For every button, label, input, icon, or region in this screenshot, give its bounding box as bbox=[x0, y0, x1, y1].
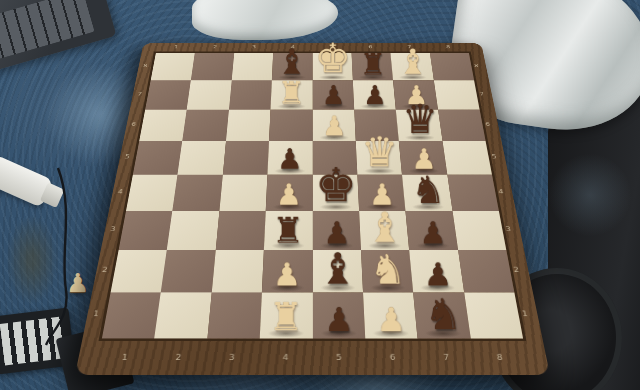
square-d4[interactable]: ♟ bbox=[266, 175, 313, 211]
coordinate-label: 5 bbox=[330, 45, 334, 50]
square-c3[interactable] bbox=[216, 211, 266, 250]
square-c2[interactable] bbox=[212, 250, 264, 292]
light-pawn-f1[interactable]: ♟ bbox=[377, 303, 406, 336]
frame-labels-bottom: 12345678 bbox=[97, 352, 529, 366]
coordinate-label: 4 bbox=[291, 45, 295, 50]
dark-pawn-f7[interactable]: ♟ bbox=[363, 82, 386, 108]
coordinate-label: 1 bbox=[93, 310, 100, 318]
square-a3[interactable] bbox=[119, 211, 173, 250]
board-grid: ♝♚♜♝♜♟♟♟♟♛♟♛♟♟♚♟♞♜♟♝♟♟♝♞♟♜♟♟♞ bbox=[102, 53, 523, 339]
dark-bishop-e2[interactable]: ♝ bbox=[319, 248, 357, 291]
coordinate-label: 5 bbox=[124, 154, 130, 160]
square-d3[interactable]: ♜ bbox=[264, 211, 312, 250]
dark-pawn-e7[interactable]: ♟ bbox=[322, 82, 345, 108]
square-g1[interactable]: ♞ bbox=[413, 292, 470, 338]
light-pawn-e6[interactable]: ♟ bbox=[322, 112, 346, 139]
square-h4[interactable] bbox=[447, 175, 499, 211]
dark-king-e4[interactable]: ♚ bbox=[315, 163, 356, 209]
square-h5[interactable] bbox=[442, 141, 492, 175]
coordinate-label: 8 bbox=[496, 353, 503, 362]
square-b6[interactable] bbox=[183, 110, 229, 141]
square-d5[interactable]: ♟ bbox=[268, 141, 313, 175]
square-g8[interactable]: ♝ bbox=[391, 53, 434, 80]
coordinate-label: 4 bbox=[283, 353, 289, 362]
square-b1[interactable] bbox=[155, 292, 212, 338]
coordinate-label: 7 bbox=[479, 91, 484, 96]
square-h2[interactable] bbox=[458, 250, 515, 292]
square-b4[interactable] bbox=[173, 175, 223, 211]
square-g3[interactable]: ♟ bbox=[406, 211, 458, 250]
dark-knight-g4[interactable]: ♞ bbox=[412, 171, 446, 209]
square-b2[interactable] bbox=[161, 250, 215, 292]
coordinate-label: 6 bbox=[485, 121, 491, 126]
square-h8[interactable] bbox=[430, 53, 474, 80]
light-rook-d7[interactable]: ♜ bbox=[278, 77, 306, 108]
coordinate-label: 7 bbox=[137, 91, 142, 96]
light-pawn-d4[interactable]: ♟ bbox=[276, 180, 302, 209]
coordinate-label: 2 bbox=[513, 266, 520, 273]
square-c8[interactable] bbox=[232, 53, 274, 80]
light-pawn-d2[interactable]: ♟ bbox=[273, 259, 301, 290]
coordinate-label: 6 bbox=[389, 353, 395, 362]
square-a2[interactable] bbox=[111, 250, 167, 292]
square-e8[interactable]: ♚ bbox=[312, 53, 352, 80]
square-g2[interactable]: ♟ bbox=[409, 250, 463, 292]
square-a7[interactable] bbox=[145, 80, 191, 109]
dark-pawn-e1[interactable]: ♟ bbox=[324, 303, 353, 336]
dark-queen-g6[interactable]: ♛ bbox=[403, 100, 439, 140]
square-b7[interactable] bbox=[187, 80, 232, 109]
coordinate-label: 8 bbox=[446, 45, 451, 50]
coordinate-label: 8 bbox=[474, 63, 479, 68]
coordinate-label: 1 bbox=[121, 353, 128, 362]
coordinate-label: 2 bbox=[175, 353, 182, 362]
coordinate-label: 1 bbox=[521, 310, 528, 318]
square-a5[interactable] bbox=[133, 141, 183, 175]
coordinate-label: 2 bbox=[101, 266, 108, 273]
square-h7[interactable] bbox=[434, 80, 480, 109]
square-b8[interactable] bbox=[191, 53, 234, 80]
square-c5[interactable] bbox=[223, 141, 269, 175]
square-a6[interactable] bbox=[139, 110, 187, 141]
square-g4[interactable]: ♞ bbox=[402, 175, 452, 211]
light-queen-f5[interactable]: ♛ bbox=[361, 132, 398, 173]
light-rook-d1[interactable]: ♜ bbox=[269, 297, 304, 336]
square-h1[interactable] bbox=[464, 292, 523, 338]
square-f5[interactable]: ♛ bbox=[356, 141, 402, 175]
square-f8[interactable]: ♜ bbox=[351, 53, 393, 80]
square-a8[interactable] bbox=[151, 53, 195, 80]
square-g6[interactable]: ♛ bbox=[396, 110, 442, 141]
coordinate-label: 8 bbox=[143, 63, 148, 68]
square-c1[interactable] bbox=[207, 292, 262, 338]
dark-pawn-g3[interactable]: ♟ bbox=[420, 218, 447, 248]
square-e6[interactable]: ♟ bbox=[312, 110, 355, 141]
square-d7[interactable]: ♜ bbox=[271, 80, 313, 109]
dark-bishop-d8[interactable]: ♝ bbox=[277, 45, 308, 79]
square-e1[interactable]: ♟ bbox=[312, 292, 365, 338]
dark-rook-f8[interactable]: ♜ bbox=[360, 49, 387, 79]
dark-knight-g1[interactable]: ♞ bbox=[425, 293, 463, 336]
light-bishop-f3[interactable]: ♝ bbox=[367, 207, 404, 248]
board-perspective-wrap: ♝♚♜♝♜♟♟♟♟♛♟♛♟♟♚♟♞♜♟♝♟♟♝♞♟♜♟♟♞ 12345678 1… bbox=[0, 0, 640, 390]
dark-rook-d3[interactable]: ♜ bbox=[272, 212, 304, 248]
square-h6[interactable] bbox=[438, 110, 486, 141]
square-h3[interactable] bbox=[452, 211, 506, 250]
dark-pawn-d5[interactable]: ♟ bbox=[277, 145, 302, 173]
coordinate-label: 4 bbox=[117, 188, 123, 194]
square-c4[interactable] bbox=[219, 175, 267, 211]
coordinate-label: 7 bbox=[407, 45, 412, 50]
coordinate-label: 3 bbox=[252, 45, 256, 50]
square-d2[interactable]: ♟ bbox=[262, 250, 312, 292]
light-bishop-g8[interactable]: ♝ bbox=[398, 45, 429, 79]
coordinate-label: 1 bbox=[174, 45, 179, 50]
coordinate-label: 5 bbox=[491, 154, 497, 160]
square-c6[interactable] bbox=[226, 110, 271, 141]
square-e4[interactable]: ♚ bbox=[312, 175, 359, 211]
coordinate-label: 3 bbox=[505, 226, 511, 233]
coordinate-label: 6 bbox=[368, 45, 372, 50]
coordinate-label: 5 bbox=[336, 353, 342, 362]
coordinate-label: 4 bbox=[498, 188, 504, 194]
square-b3[interactable] bbox=[167, 211, 219, 250]
square-e2[interactable]: ♝ bbox=[312, 250, 362, 292]
square-b5[interactable] bbox=[178, 141, 226, 175]
square-f2[interactable]: ♞ bbox=[361, 250, 413, 292]
square-a1[interactable] bbox=[102, 292, 161, 338]
coordinate-label: 6 bbox=[131, 121, 137, 126]
square-a4[interactable] bbox=[126, 175, 178, 211]
coordinate-label: 2 bbox=[213, 45, 218, 50]
square-c7[interactable] bbox=[229, 80, 272, 109]
square-e7[interactable]: ♟ bbox=[312, 80, 354, 109]
square-f1[interactable]: ♟ bbox=[363, 292, 418, 338]
coordinate-label: 7 bbox=[443, 353, 450, 362]
light-knight-f2[interactable]: ♞ bbox=[370, 249, 407, 290]
square-f7[interactable]: ♟ bbox=[353, 80, 396, 109]
square-f3[interactable]: ♝ bbox=[359, 211, 409, 250]
square-d6[interactable] bbox=[269, 110, 312, 141]
chess-board: ♝♚♜♝♜♟♟♟♟♛♟♛♟♟♚♟♞♜♟♝♟♟♝♞♟♜♟♟♞ 12345678 1… bbox=[75, 43, 550, 375]
scene-photo: { "game": "chess", "scene_title": "Woode… bbox=[0, 0, 640, 390]
dark-pawn-g2[interactable]: ♟ bbox=[424, 259, 452, 290]
coordinate-label: 3 bbox=[110, 226, 116, 233]
square-d1[interactable]: ♜ bbox=[260, 292, 313, 338]
coordinate-label: 3 bbox=[229, 353, 235, 362]
